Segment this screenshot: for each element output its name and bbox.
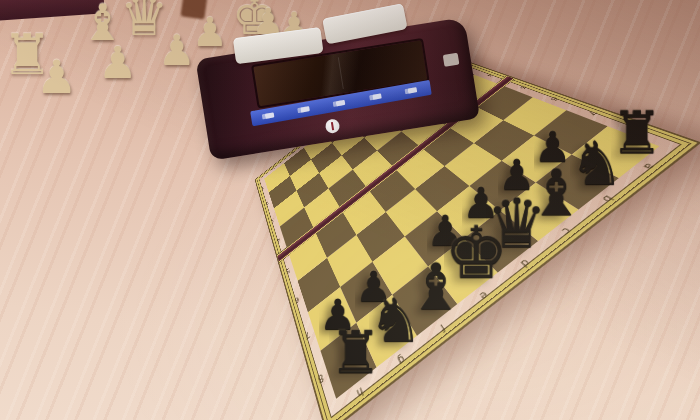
clock-side-tag [443, 53, 460, 67]
clock-strip-mark-icon [264, 112, 274, 119]
file-label-g: g [377, 336, 428, 387]
photo-stage: hgfedcba1122334455667♟♟♟♟♟♟78♜♞♝♚♛♝♞♜8hg… [0, 0, 700, 420]
clock-strip-mark-icon [300, 106, 310, 113]
file-label-b: b [579, 178, 640, 221]
clock-logo-disc-icon [324, 118, 340, 134]
clock-strip-mark-icon [408, 87, 418, 94]
clock-strip-mark-icon [372, 93, 382, 100]
clock-strip-mark-icon [336, 100, 346, 107]
